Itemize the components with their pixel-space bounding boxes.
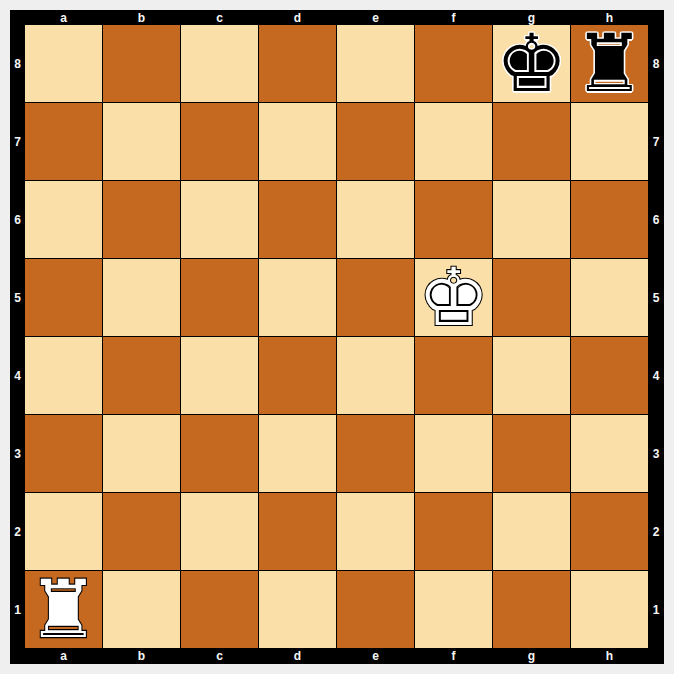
square-f7[interactable] — [415, 103, 492, 180]
square-d2[interactable] — [259, 493, 336, 570]
square-h4[interactable] — [571, 337, 648, 414]
square-d1[interactable] — [259, 571, 336, 648]
square-b7[interactable] — [103, 103, 180, 180]
square-e7[interactable] — [337, 103, 414, 180]
square-g3[interactable] — [493, 415, 570, 492]
square-h7[interactable] — [571, 103, 648, 180]
square-h8[interactable]: ♜ — [571, 25, 648, 102]
square-c4[interactable] — [181, 337, 258, 414]
rank-label-3: 3 — [10, 415, 25, 492]
file-label-d: d — [259, 648, 336, 664]
square-c6[interactable] — [181, 181, 258, 258]
file-label-c: c — [181, 648, 258, 664]
file-label-d: d — [259, 10, 336, 25]
square-f4[interactable] — [415, 337, 492, 414]
square-a2[interactable] — [25, 493, 102, 570]
black-king[interactable]: ♚ — [496, 25, 568, 102]
square-h2[interactable] — [571, 493, 648, 570]
file-label-a: a — [25, 648, 102, 664]
square-d7[interactable] — [259, 103, 336, 180]
square-a5[interactable] — [25, 259, 102, 336]
rank-label-6: 6 — [10, 181, 25, 258]
square-c8[interactable] — [181, 25, 258, 102]
square-d3[interactable] — [259, 415, 336, 492]
square-e4[interactable] — [337, 337, 414, 414]
square-c1[interactable] — [181, 571, 258, 648]
square-g8[interactable]: ♚ — [493, 25, 570, 102]
file-label-b: b — [103, 10, 180, 25]
square-d5[interactable] — [259, 259, 336, 336]
square-a4[interactable] — [25, 337, 102, 414]
rank-label-1: 1 — [10, 571, 25, 648]
square-d8[interactable] — [259, 25, 336, 102]
square-c7[interactable] — [181, 103, 258, 180]
rank-labels-right: 87654321 — [648, 25, 664, 648]
rank-label-2: 2 — [648, 493, 664, 570]
square-g5[interactable] — [493, 259, 570, 336]
square-e2[interactable] — [337, 493, 414, 570]
rank-label-3: 3 — [648, 415, 664, 492]
square-f8[interactable] — [415, 25, 492, 102]
square-b6[interactable] — [103, 181, 180, 258]
rank-label-8: 8 — [10, 25, 25, 102]
square-h3[interactable] — [571, 415, 648, 492]
square-f5[interactable]: ♚ — [415, 259, 492, 336]
white-rook[interactable]: ♜ — [28, 571, 100, 648]
square-a6[interactable] — [25, 181, 102, 258]
square-h1[interactable] — [571, 571, 648, 648]
square-b3[interactable] — [103, 415, 180, 492]
square-c5[interactable] — [181, 259, 258, 336]
square-c3[interactable] — [181, 415, 258, 492]
file-labels-bottom: abcdefgh — [25, 648, 648, 664]
square-d6[interactable] — [259, 181, 336, 258]
rank-label-2: 2 — [10, 493, 25, 570]
file-label-g: g — [493, 648, 570, 664]
square-e3[interactable] — [337, 415, 414, 492]
rank-label-6: 6 — [648, 181, 664, 258]
square-g2[interactable] — [493, 493, 570, 570]
rank-label-5: 5 — [10, 259, 25, 336]
file-label-a: a — [25, 10, 102, 25]
white-king[interactable]: ♚ — [418, 259, 490, 336]
rank-label-8: 8 — [648, 25, 664, 102]
file-label-f: f — [415, 648, 492, 664]
square-a7[interactable] — [25, 103, 102, 180]
square-f2[interactable] — [415, 493, 492, 570]
square-f3[interactable] — [415, 415, 492, 492]
square-b5[interactable] — [103, 259, 180, 336]
square-f1[interactable] — [415, 571, 492, 648]
square-a1[interactable]: ♜ — [25, 571, 102, 648]
file-label-e: e — [337, 648, 414, 664]
square-f6[interactable] — [415, 181, 492, 258]
square-b8[interactable] — [103, 25, 180, 102]
rank-labels-left: 87654321 — [10, 25, 25, 648]
rank-label-7: 7 — [648, 103, 664, 180]
square-c2[interactable] — [181, 493, 258, 570]
square-b4[interactable] — [103, 337, 180, 414]
chess-board: ♚♜♚♜ — [25, 25, 648, 648]
square-a3[interactable] — [25, 415, 102, 492]
square-a8[interactable] — [25, 25, 102, 102]
file-label-c: c — [181, 10, 258, 25]
square-e6[interactable] — [337, 181, 414, 258]
file-label-f: f — [415, 10, 492, 25]
square-g7[interactable] — [493, 103, 570, 180]
file-label-e: e — [337, 10, 414, 25]
black-rook[interactable]: ♜ — [574, 25, 646, 102]
square-g6[interactable] — [493, 181, 570, 258]
square-e1[interactable] — [337, 571, 414, 648]
rank-label-7: 7 — [10, 103, 25, 180]
rank-label-5: 5 — [648, 259, 664, 336]
file-label-h: h — [571, 648, 648, 664]
square-g1[interactable] — [493, 571, 570, 648]
square-h5[interactable] — [571, 259, 648, 336]
square-g4[interactable] — [493, 337, 570, 414]
rank-label-4: 4 — [648, 337, 664, 414]
square-h6[interactable] — [571, 181, 648, 258]
square-e8[interactable] — [337, 25, 414, 102]
chess-board-frame: abcdefgh 87654321 ♚♜♚♜ 87654321 abcdefgh — [10, 10, 664, 664]
square-e5[interactable] — [337, 259, 414, 336]
square-b2[interactable] — [103, 493, 180, 570]
square-d4[interactable] — [259, 337, 336, 414]
file-label-b: b — [103, 648, 180, 664]
square-b1[interactable] — [103, 571, 180, 648]
rank-label-4: 4 — [10, 337, 25, 414]
rank-label-1: 1 — [648, 571, 664, 648]
